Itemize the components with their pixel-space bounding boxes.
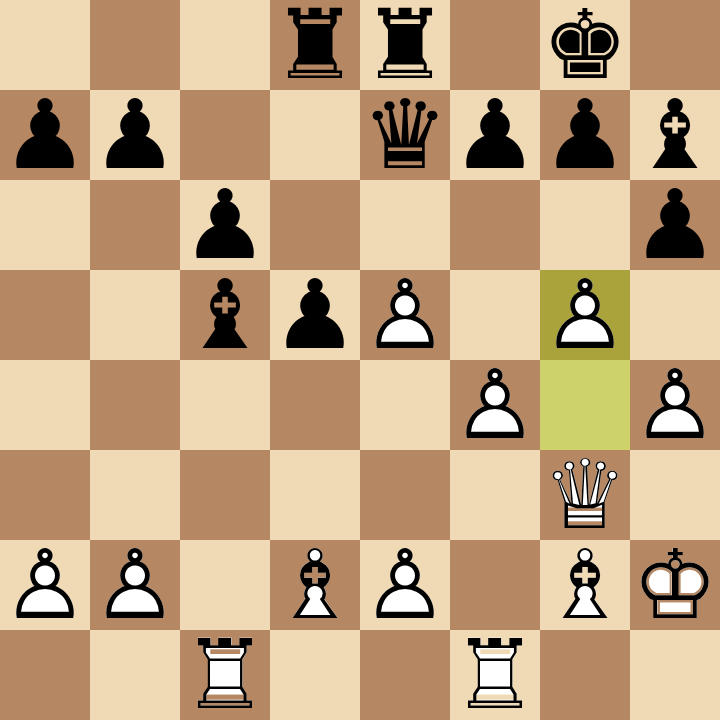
piece-glyph-outline: ♔ [630,540,720,630]
square-f5[interactable] [450,270,540,360]
square-d3[interactable] [270,450,360,540]
square-f2[interactable] [450,540,540,630]
square-d5[interactable]: ♟ [270,270,360,360]
piece-white-rook[interactable]: ♜♖ [450,630,540,720]
square-g2[interactable]: ♝♗ [540,540,630,630]
square-c1[interactable]: ♜♖ [180,630,270,720]
square-a5[interactable] [0,270,90,360]
square-d4[interactable] [270,360,360,450]
square-e1[interactable] [360,630,450,720]
square-f3[interactable] [450,450,540,540]
piece-glyph-outline: ♙ [360,270,450,360]
square-a3[interactable] [0,450,90,540]
square-c5[interactable]: ♝ [180,270,270,360]
piece-glyph-outline: ♙ [450,360,540,450]
square-a2[interactable]: ♟♙ [0,540,90,630]
piece-black-bishop[interactable]: ♝ [630,90,720,180]
piece-black-pawn[interactable]: ♟ [0,90,90,180]
piece-glyph-fill: ♚ [540,0,630,90]
piece-glyph-outline: ♙ [630,360,720,450]
square-h3[interactable] [630,450,720,540]
piece-glyph-outline: ♗ [270,540,360,630]
piece-glyph-fill: ♟ [270,270,360,360]
piece-glyph-fill: ♝ [630,90,720,180]
piece-black-pawn[interactable]: ♟ [180,180,270,270]
piece-glyph-outline: ♙ [0,540,90,630]
piece-glyph-outline: ♕ [540,450,630,540]
piece-white-pawn[interactable]: ♟♙ [540,270,630,360]
square-h6[interactable]: ♟ [630,180,720,270]
square-e5[interactable]: ♟♙ [360,270,450,360]
piece-black-pawn[interactable]: ♟ [270,270,360,360]
piece-white-bishop[interactable]: ♝♗ [540,540,630,630]
square-b2[interactable]: ♟♙ [90,540,180,630]
piece-black-queen[interactable]: ♛ [360,90,450,180]
piece-white-bishop[interactable]: ♝♗ [270,540,360,630]
piece-white-pawn[interactable]: ♟♙ [90,540,180,630]
piece-glyph-outline: ♖ [450,630,540,720]
square-c4[interactable] [180,360,270,450]
piece-black-rook[interactable]: ♜ [270,0,360,90]
square-e4[interactable] [360,360,450,450]
square-e6[interactable] [360,180,450,270]
square-b7[interactable]: ♟ [90,90,180,180]
piece-glyph-fill: ♟ [180,180,270,270]
piece-black-pawn[interactable]: ♟ [540,90,630,180]
square-d1[interactable] [270,630,360,720]
piece-glyph-fill: ♜ [360,0,450,90]
square-h7[interactable]: ♝ [630,90,720,180]
square-e3[interactable] [360,450,450,540]
piece-glyph-fill: ♟ [0,90,90,180]
piece-glyph-fill: ♝ [180,270,270,360]
piece-white-pawn[interactable]: ♟♙ [450,360,540,450]
piece-glyph-outline: ♙ [360,540,450,630]
square-a7[interactable]: ♟ [0,90,90,180]
piece-glyph-fill: ♟ [90,90,180,180]
piece-glyph-outline: ♖ [180,630,270,720]
square-f7[interactable]: ♟ [450,90,540,180]
piece-black-king[interactable]: ♚ [540,0,630,90]
piece-glyph-fill: ♟ [450,90,540,180]
square-e2[interactable]: ♟♙ [360,540,450,630]
square-g3[interactable]: ♛♕ [540,450,630,540]
square-d8[interactable]: ♜ [270,0,360,90]
square-d2[interactable]: ♝♗ [270,540,360,630]
square-h8[interactable] [630,0,720,90]
piece-black-pawn[interactable]: ♟ [90,90,180,180]
square-g6[interactable] [540,180,630,270]
square-b3[interactable] [90,450,180,540]
square-e8[interactable]: ♜ [360,0,450,90]
square-b6[interactable] [90,180,180,270]
piece-white-pawn[interactable]: ♟♙ [360,270,450,360]
square-g5[interactable]: ♟♙ [540,270,630,360]
square-e7[interactable]: ♛ [360,90,450,180]
square-b1[interactable] [90,630,180,720]
square-c2[interactable] [180,540,270,630]
piece-glyph-outline: ♗ [540,540,630,630]
square-a6[interactable] [0,180,90,270]
square-g4[interactable] [540,360,630,450]
square-h4[interactable]: ♟♙ [630,360,720,450]
piece-glyph-fill: ♛ [360,90,450,180]
square-a1[interactable] [0,630,90,720]
square-h1[interactable] [630,630,720,720]
square-h5[interactable] [630,270,720,360]
square-c8[interactable] [180,0,270,90]
piece-glyph-outline: ♙ [90,540,180,630]
piece-white-queen[interactable]: ♛♕ [540,450,630,540]
square-b8[interactable] [90,0,180,90]
piece-glyph-fill: ♟ [540,90,630,180]
square-h2[interactable]: ♚♔ [630,540,720,630]
square-d7[interactable] [270,90,360,180]
piece-black-rook[interactable]: ♜ [360,0,450,90]
square-g8[interactable]: ♚ [540,0,630,90]
piece-black-bishop[interactable]: ♝ [180,270,270,360]
square-f8[interactable] [450,0,540,90]
square-f4[interactable]: ♟♙ [450,360,540,450]
piece-white-king[interactable]: ♚♔ [630,540,720,630]
square-b5[interactable] [90,270,180,360]
square-a4[interactable] [0,360,90,450]
piece-white-pawn[interactable]: ♟♙ [630,360,720,450]
piece-glyph-fill: ♟ [630,180,720,270]
square-b4[interactable] [90,360,180,450]
piece-white-pawn[interactable]: ♟♙ [0,540,90,630]
piece-black-pawn[interactable]: ♟ [630,180,720,270]
square-c3[interactable] [180,450,270,540]
piece-glyph-fill: ♜ [270,0,360,90]
square-f1[interactable]: ♜♖ [450,630,540,720]
square-c7[interactable] [180,90,270,180]
piece-white-rook[interactable]: ♜♖ [180,630,270,720]
square-f6[interactable] [450,180,540,270]
square-c6[interactable]: ♟ [180,180,270,270]
chess-board: ♜♜♚♟♟♛♟♟♝♟♟♝♟♟♙♟♙♟♙♟♙♛♕♟♙♟♙♝♗♟♙♝♗♚♔♜♖♜♖ [0,0,720,720]
piece-white-pawn[interactable]: ♟♙ [360,540,450,630]
square-g1[interactable] [540,630,630,720]
square-g7[interactable]: ♟ [540,90,630,180]
piece-black-pawn[interactable]: ♟ [450,90,540,180]
square-d6[interactable] [270,180,360,270]
piece-glyph-outline: ♙ [540,270,630,360]
square-a8[interactable] [0,0,90,90]
